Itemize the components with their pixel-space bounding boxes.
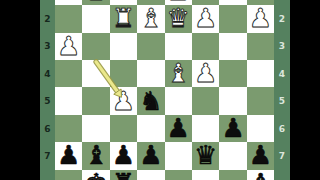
black-king: ♚ [84,170,107,180]
square-d2[interactable]: ♛ [165,5,192,32]
square-d5[interactable] [165,87,192,114]
square-d7[interactable] [165,142,192,169]
square-a6[interactable] [247,115,274,142]
square-h4[interactable] [55,60,82,87]
square-c5[interactable] [192,87,219,114]
black-pawn: ♟ [249,142,272,169]
square-h2[interactable] [55,5,82,32]
square-h6[interactable] [55,115,82,142]
white-rook: ♜ [112,5,135,32]
square-a4[interactable] [247,60,274,87]
board-viewport: ♚♜♜♝♛♟♟♟♝♟♟♞♟♟♟♝♟♟♛♟♚♜♝ [55,0,275,180]
white-pawn: ♟ [194,60,217,87]
rank-label-2: 2 [274,14,290,24]
square-e2[interactable]: ♝ [137,5,164,32]
black-pawn: ♟ [112,142,135,169]
square-f3[interactable] [110,33,137,60]
square-c7[interactable]: ♛ [192,142,219,169]
rank-label-3: 3 [274,41,290,51]
square-b5[interactable] [219,87,246,114]
rank-label-5: 5 [274,96,290,106]
square-c3[interactable] [192,33,219,60]
black-pawn: ♟ [57,142,80,169]
square-g3[interactable] [82,33,109,60]
square-e6[interactable] [137,115,164,142]
square-b6[interactable]: ♟ [219,115,246,142]
white-bishop: ♝ [167,60,190,87]
square-a8[interactable]: ♝ [247,170,274,180]
square-g4[interactable] [82,60,109,87]
square-e5[interactable]: ♞ [137,87,164,114]
rank-labels-left: 234567 [40,0,55,180]
square-f2[interactable]: ♜ [110,5,137,32]
square-a2[interactable]: ♟ [247,5,274,32]
square-c8[interactable] [192,170,219,180]
white-pawn: ♟ [249,5,272,32]
square-g6[interactable] [82,115,109,142]
square-b3[interactable] [219,33,246,60]
white-queen: ♛ [167,5,190,32]
rank-label-5: 5 [40,96,55,106]
white-bishop: ♝ [139,5,162,32]
black-rook: ♜ [112,170,135,180]
square-f4[interactable] [110,60,137,87]
square-e3[interactable] [137,33,164,60]
square-f6[interactable] [110,115,137,142]
square-c4[interactable]: ♟ [192,60,219,87]
square-f7[interactable]: ♟ [110,142,137,169]
black-pawn: ♟ [139,142,162,169]
black-queen: ♛ [194,142,217,169]
rank-label-7: 7 [40,151,55,161]
rank-label-4: 4 [274,69,290,79]
rank-label-4: 4 [40,69,55,79]
black-bishop: ♝ [249,170,272,180]
rank-labels-right: 234567 [274,0,290,180]
square-c2[interactable]: ♟ [192,5,219,32]
square-a3[interactable] [247,33,274,60]
square-f8[interactable]: ♜ [110,170,137,180]
square-f5[interactable]: ♟ [110,87,137,114]
black-pawn: ♟ [167,115,190,142]
square-g2[interactable] [82,5,109,32]
square-e4[interactable] [137,60,164,87]
square-h5[interactable] [55,87,82,114]
chess-diagram: 234567 ♚♜♜♝♛♟♟♟♝♟♟♞♟♟♟♝♟♟♛♟♚♜♝ 234567 [0,0,320,180]
chess-board: ♚♜♜♝♛♟♟♟♝♟♟♞♟♟♟♝♟♟♛♟♚♜♝ [55,0,274,180]
square-d8[interactable] [165,170,192,180]
square-h8[interactable] [55,170,82,180]
black-knight: ♞ [139,88,162,115]
square-e8[interactable] [137,170,164,180]
white-pawn: ♟ [112,88,135,115]
square-b2[interactable] [219,5,246,32]
square-h7[interactable]: ♟ [55,142,82,169]
square-d4[interactable]: ♝ [165,60,192,87]
rank-label-7: 7 [274,151,290,161]
rank-label-3: 3 [40,41,55,51]
square-d3[interactable] [165,33,192,60]
square-a7[interactable]: ♟ [247,142,274,169]
white-pawn: ♟ [57,33,80,60]
square-g5[interactable] [82,87,109,114]
rank-label-2: 2 [40,14,55,24]
square-g7[interactable]: ♝ [82,142,109,169]
black-bishop: ♝ [84,142,107,169]
square-a5[interactable] [247,87,274,114]
square-g8[interactable]: ♚ [82,170,109,180]
white-pawn: ♟ [194,5,217,32]
square-d6[interactable]: ♟ [165,115,192,142]
square-e7[interactable]: ♟ [137,142,164,169]
black-pawn: ♟ [221,115,244,142]
square-b7[interactable] [219,142,246,169]
rank-label-6: 6 [40,124,55,134]
rank-label-6: 6 [274,124,290,134]
square-h3[interactable]: ♟ [55,33,82,60]
square-b4[interactable] [219,60,246,87]
square-c6[interactable] [192,115,219,142]
square-b8[interactable] [219,170,246,180]
